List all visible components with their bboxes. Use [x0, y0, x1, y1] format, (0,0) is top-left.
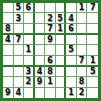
cell-r8c4[interactable]: 9 [35, 77, 46, 87]
cell-r6c8[interactable]: 7 [77, 56, 88, 67]
cell-r7c7[interactable] [66, 67, 77, 77]
cell-r4c9[interactable] [87, 35, 98, 45]
cell-r3c2[interactable] [14, 24, 25, 35]
cell-r2c4[interactable] [35, 13, 46, 23]
cell-r6c3[interactable] [24, 56, 35, 67]
cell-r6c6[interactable] [56, 56, 67, 67]
cell-r2c7[interactable]: 4 [66, 13, 77, 23]
cell-r9c7[interactable]: 1 [66, 88, 77, 98]
cell-r5c7[interactable]: 5 [66, 45, 77, 55]
cell-r6c1[interactable] [3, 56, 14, 67]
cell-r5c2[interactable] [14, 45, 25, 55]
cell-r5c9[interactable] [87, 45, 98, 55]
cell-r7c3[interactable]: 3 [24, 67, 35, 77]
cell-r8c6[interactable] [56, 77, 67, 87]
cell-r9c3[interactable] [24, 88, 35, 98]
cell-r4c8[interactable] [77, 35, 88, 45]
cell-r5c5[interactable] [45, 45, 56, 55]
cell-r2c6[interactable]: 5 [56, 13, 67, 23]
cell-r3c6[interactable]: 1 [56, 24, 67, 35]
cell-r1c6[interactable] [56, 3, 67, 13]
cell-r3c9[interactable] [87, 24, 98, 35]
cell-r9c9[interactable] [87, 88, 98, 98]
cell-r8c9[interactable] [87, 77, 98, 87]
cell-r5c4[interactable] [35, 45, 46, 55]
cell-r8c1[interactable] [3, 77, 14, 87]
cell-r5c1[interactable] [3, 45, 14, 55]
cell-r1c8[interactable]: 1 [77, 3, 88, 13]
cell-r7c1[interactable] [3, 67, 14, 77]
cell-r4c3[interactable] [24, 35, 35, 45]
cell-r8c3[interactable]: 2 [24, 77, 35, 87]
cell-r4c1[interactable]: 4 [3, 35, 14, 45]
cell-r1c7[interactable] [66, 3, 77, 13]
cell-r1c9[interactable]: 7 [87, 3, 98, 13]
cell-r3c8[interactable] [77, 24, 88, 35]
cell-r3c1[interactable]: 8 [3, 24, 14, 35]
cell-r9c4[interactable] [35, 88, 46, 98]
cell-r7c2[interactable] [14, 67, 25, 77]
cell-r9c1[interactable]: 9 [3, 88, 14, 98]
cell-r4c7[interactable] [66, 35, 77, 45]
cell-r8c8[interactable]: 8 [77, 77, 88, 87]
cell-r7c5[interactable]: 8 [45, 67, 56, 77]
cell-r2c5[interactable]: 2 [45, 13, 56, 23]
cell-r2c9[interactable] [87, 13, 98, 23]
cell-r7c9[interactable]: 5 [87, 67, 98, 77]
cell-r3c5[interactable]: 7 [45, 24, 56, 35]
cell-r4c2[interactable]: 7 [14, 35, 25, 45]
cell-r2c8[interactable] [77, 13, 88, 23]
cell-r6c9[interactable]: 1 [87, 56, 98, 67]
cell-r2c1[interactable] [3, 13, 14, 23]
cell-r3c7[interactable]: 6 [66, 24, 77, 35]
cell-r1c1[interactable] [3, 3, 14, 13]
cell-r7c6[interactable] [56, 67, 67, 77]
cell-r4c6[interactable] [56, 35, 67, 45]
sudoku-board: 56173254871647915671348529189412 [0, 0, 101, 101]
cell-r5c8[interactable] [77, 45, 88, 55]
cell-r3c3[interactable] [24, 24, 35, 35]
cell-r1c3[interactable]: 6 [24, 3, 35, 13]
cell-r1c4[interactable] [35, 3, 46, 13]
cell-r9c5[interactable] [45, 88, 56, 98]
cell-r8c7[interactable] [66, 77, 77, 87]
cell-r7c4[interactable]: 4 [35, 67, 46, 77]
cell-r3c4[interactable] [35, 24, 46, 35]
cell-r5c6[interactable] [56, 45, 67, 55]
cell-r6c2[interactable] [14, 56, 25, 67]
cell-r9c6[interactable] [56, 88, 67, 98]
cell-r5c3[interactable]: 1 [24, 45, 35, 55]
cell-r1c2[interactable]: 5 [14, 3, 25, 13]
cell-r1c5[interactable] [45, 3, 56, 13]
cell-r4c4[interactable] [35, 35, 46, 45]
cell-r6c4[interactable] [35, 56, 46, 67]
cell-r9c2[interactable]: 4 [14, 88, 25, 98]
cell-r9c8[interactable]: 2 [77, 88, 88, 98]
cell-r2c3[interactable] [24, 13, 35, 23]
cell-r4c5[interactable]: 9 [45, 35, 56, 45]
cell-r6c5[interactable]: 6 [45, 56, 56, 67]
cell-r6c7[interactable] [66, 56, 77, 67]
cell-r8c5[interactable]: 1 [45, 77, 56, 87]
cell-r2c2[interactable]: 3 [14, 13, 25, 23]
cell-r7c8[interactable] [77, 67, 88, 77]
cell-r8c2[interactable] [14, 77, 25, 87]
